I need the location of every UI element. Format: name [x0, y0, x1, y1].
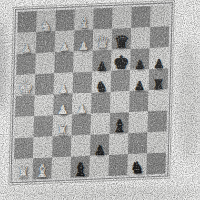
board-square[interactable]: ♞ [36, 10, 56, 32]
board-square[interactable]: ♟ [72, 93, 92, 115]
board-square[interactable] [16, 53, 36, 75]
piece-white-pawn[interactable]: ♟ [21, 42, 32, 54]
board-square[interactable] [148, 89, 168, 111]
board-square[interactable] [52, 136, 72, 158]
board-square[interactable]: ♝ [110, 112, 130, 134]
board-square[interactable] [91, 113, 111, 135]
board-square[interactable] [72, 114, 92, 136]
piece-black-pawn[interactable]: ♟ [134, 58, 145, 70]
board-square[interactable]: ♛ [112, 28, 132, 50]
piece-black-pawn[interactable]: ♟ [134, 79, 145, 91]
board-square[interactable] [111, 70, 131, 92]
piece-black-pawn[interactable]: ♟ [94, 143, 106, 157]
board-square[interactable]: ♞ [92, 71, 112, 93]
board-square[interactable] [35, 52, 55, 74]
piece-white-pawn[interactable]: ♟ [78, 40, 89, 52]
board-square[interactable]: ♟ [54, 73, 74, 95]
piece-white-king[interactable]: ♚ [17, 78, 34, 97]
board-square[interactable]: ♜ [14, 158, 34, 180]
board-square[interactable] [108, 154, 128, 176]
board-square[interactable] [91, 92, 111, 114]
piece-white-rook[interactable]: ♜ [16, 165, 30, 181]
chess-board[interactable]: ♞♝♟♟♟♛♛♟♚♟♟♚♟♞♟♜♟♟♜♝♟♜♝♝♞ [10, 2, 172, 183]
piece-white-bishop[interactable]: ♝ [34, 162, 51, 181]
board-square[interactable]: ♝ [32, 158, 52, 180]
piece-black-rook[interactable]: ♜ [152, 78, 164, 92]
board-square[interactable]: ♜ [149, 68, 169, 90]
board-square[interactable] [110, 91, 130, 113]
board-square[interactable] [146, 153, 166, 175]
board-square[interactable] [15, 116, 35, 138]
background-smudge [176, 40, 200, 160]
board-square[interactable] [55, 9, 75, 31]
board-square[interactable]: ♟ [90, 134, 110, 156]
board-square[interactable]: ♟ [130, 69, 150, 91]
board-square[interactable] [89, 155, 109, 177]
piece-black-pawn[interactable]: ♟ [96, 60, 107, 72]
board-square[interactable] [35, 73, 55, 95]
board-square[interactable]: ♚ [111, 49, 131, 71]
board-square[interactable]: ♟ [17, 32, 37, 54]
board-square[interactable] [150, 26, 170, 48]
board-square[interactable]: ♛ [93, 29, 113, 51]
board-square[interactable] [51, 157, 71, 179]
board-square[interactable]: ♟ [53, 94, 73, 116]
board-square[interactable] [36, 31, 56, 53]
piece-white-rook[interactable]: ♜ [56, 123, 69, 138]
board-square[interactable] [15, 95, 35, 117]
board-square[interactable] [93, 8, 113, 30]
board-square[interactable] [73, 72, 93, 94]
board-square[interactable] [131, 27, 151, 49]
board-square[interactable] [147, 132, 167, 154]
board-square[interactable]: ♚ [16, 74, 36, 96]
board-square[interactable]: ♟ [74, 30, 94, 52]
board-square[interactable] [131, 6, 151, 28]
board-square[interactable]: ♝ [70, 156, 90, 178]
board-square[interactable] [150, 5, 170, 27]
board-square[interactable] [112, 7, 132, 29]
edge-shadow-smudge [0, 18, 6, 113]
board-grid: ♞♝♟♟♟♛♛♟♚♟♟♚♟♞♟♜♟♟♜♝♟♜♝♝♞ [14, 5, 170, 180]
piece-black-bishop[interactable]: ♝ [111, 117, 127, 135]
piece-white-pawn[interactable]: ♟ [59, 41, 70, 53]
board-square[interactable]: ♞ [127, 153, 147, 175]
piece-white-pawn[interactable]: ♟ [58, 83, 69, 95]
bottom-shadow-smudge [0, 186, 200, 200]
board-square[interactable] [129, 90, 149, 112]
board-square[interactable] [34, 115, 54, 137]
board-square[interactable] [54, 51, 74, 73]
board-square[interactable] [17, 11, 37, 33]
piece-black-knight[interactable]: ♞ [130, 159, 145, 176]
board-square[interactable] [33, 136, 53, 158]
piece-black-pawn[interactable]: ♟ [153, 58, 164, 70]
piece-white-pawn[interactable]: ♟ [57, 103, 69, 117]
board-square[interactable]: ♟ [55, 30, 75, 52]
board-square[interactable]: ♜ [53, 115, 73, 137]
piece-black-queen[interactable]: ♛ [114, 33, 130, 51]
board-square[interactable] [147, 110, 167, 132]
board-square[interactable] [14, 137, 34, 159]
board-square[interactable]: ♟ [92, 50, 112, 72]
board-square[interactable] [34, 94, 54, 116]
board-square[interactable]: ♟ [130, 48, 150, 70]
board-square[interactable]: ♝ [74, 9, 94, 31]
piece-white-queen[interactable]: ♛ [95, 34, 111, 52]
chessboard-photo: ♞♝♟♟♟♛♛♟♚♟♟♚♟♞♟♜♟♟♜♝♟♜♝♝♞ [0, 0, 200, 200]
board-square[interactable] [129, 111, 149, 133]
piece-black-bishop[interactable]: ♝ [72, 160, 89, 179]
board-square[interactable]: ♟ [149, 47, 169, 69]
board-square[interactable] [73, 51, 93, 73]
piece-black-king[interactable]: ♚ [113, 53, 130, 72]
board-square[interactable] [71, 135, 91, 157]
piece-white-knight[interactable]: ♞ [40, 18, 53, 33]
board-square[interactable] [128, 132, 148, 154]
piece-black-knight[interactable]: ♞ [95, 79, 108, 94]
board-square[interactable] [109, 133, 129, 155]
piece-white-pawn[interactable]: ♟ [76, 102, 88, 116]
piece-white-bishop[interactable]: ♝ [77, 16, 91, 32]
